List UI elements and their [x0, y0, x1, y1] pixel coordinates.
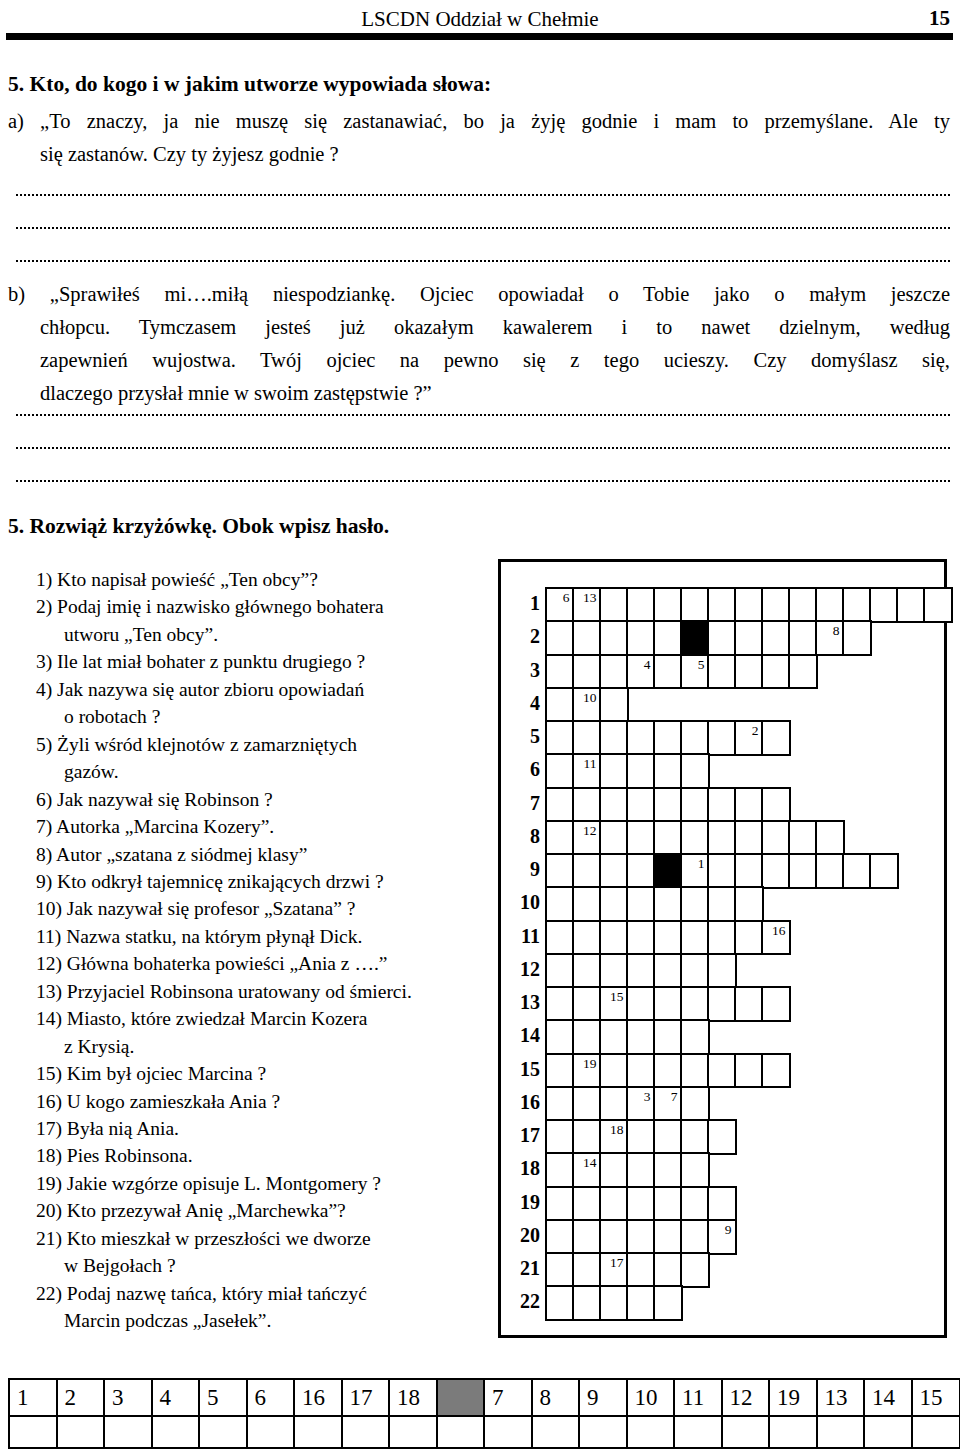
quote-b-line: zapewnień wujostwa. Twój ojciec na pewno…: [40, 347, 950, 373]
clue-item: 14) Miasto, które zwiedzał Marcin Kozera: [36, 1007, 367, 1031]
crossword-row-label: 6: [502, 753, 540, 786]
crossword-cell[interactable]: [545, 886, 575, 922]
crossword-cell[interactable]: [599, 853, 629, 889]
crossword-cell[interactable]: [572, 1019, 602, 1055]
crossword-cell[interactable]: [626, 1019, 656, 1055]
clue-item: 21) Kto mieszkał w przeszłości we dworze: [36, 1227, 371, 1251]
crossword-cell[interactable]: 19: [572, 1053, 602, 1089]
crossword-cell[interactable]: 1: [680, 853, 710, 889]
crossword-cell[interactable]: [545, 687, 575, 723]
crossword-cell[interactable]: [572, 1252, 602, 1288]
crossword-cell[interactable]: [734, 820, 764, 856]
clue-item: 4) Jak nazywa się autor zbioru opowiadań: [36, 678, 364, 702]
crossword-cell[interactable]: [599, 953, 629, 989]
crossword-cell[interactable]: 17: [599, 1252, 629, 1288]
crossword-cell[interactable]: [626, 1119, 656, 1155]
crossword-cell[interactable]: [626, 1252, 656, 1288]
solution-letter-index: 3: [628, 1089, 654, 1104]
crossword-cell[interactable]: [599, 820, 629, 856]
crossword-cell[interactable]: [626, 753, 656, 789]
crossword-cell[interactable]: [545, 620, 575, 656]
crossword-cell[interactable]: [545, 920, 575, 956]
crossword-cell[interactable]: [653, 1053, 683, 1089]
crossword-cell[interactable]: 16: [761, 920, 791, 956]
crossword-cell[interactable]: [734, 886, 764, 922]
solution-letter-index: 9: [709, 1222, 735, 1237]
crossword-cell[interactable]: [572, 953, 602, 989]
crossword-cell[interactable]: [626, 620, 656, 656]
solution-letter-index: 14: [574, 1155, 600, 1170]
answer-dotted-line[interactable]: [16, 227, 950, 229]
strip-number: 7: [485, 1380, 531, 1416]
page-number: 15: [870, 6, 950, 31]
crossword-cell[interactable]: [599, 720, 629, 756]
crossword-cell[interactable]: [599, 1086, 629, 1122]
crossword-cell[interactable]: [761, 620, 791, 656]
crossword-cell[interactable]: [545, 986, 575, 1022]
crossword-cell[interactable]: [545, 1152, 575, 1188]
crossword-cell[interactable]: [599, 687, 629, 723]
strip-letter-cell[interactable]: [388, 1415, 438, 1449]
strip-letter-cell[interactable]: [816, 1415, 866, 1449]
crossword-cell[interactable]: 2: [734, 720, 764, 756]
crossword-cell[interactable]: [815, 820, 845, 856]
quote-b-line: chłopcu. Tymczasem jesteś już okazałym k…: [40, 314, 950, 340]
crossword-cell[interactable]: [572, 1119, 602, 1155]
crossword-cell[interactable]: [680, 753, 710, 789]
crossword-row-label: 21: [502, 1252, 540, 1285]
crossword-cell[interactable]: 7: [653, 1086, 683, 1122]
strip-number-cell: 5: [198, 1378, 248, 1418]
crossword-cell[interactable]: [626, 1152, 656, 1188]
crossword-cell[interactable]: [734, 654, 764, 690]
strip-letter-cell[interactable]: [56, 1415, 106, 1449]
crossword-row-label: 12: [502, 953, 540, 986]
crossword-cell[interactable]: [545, 853, 575, 889]
solution-letter-index: 15: [601, 989, 627, 1004]
crossword-cell[interactable]: [545, 1086, 575, 1122]
crossword-black-cell: [653, 853, 683, 889]
strip-number-cell: 15: [911, 1378, 960, 1418]
clue-item: 3) Ile lat miał bohater z punktu drugieg…: [36, 650, 365, 674]
crossword-cell[interactable]: [815, 587, 845, 623]
crossword-cell[interactable]: [707, 587, 737, 623]
crossword-cell[interactable]: [761, 720, 791, 756]
crossword-cell[interactable]: [680, 1086, 710, 1122]
crossword-cell[interactable]: [545, 953, 575, 989]
quote-a-line: a) „To znaczy, ja nie muszę się zastanaw…: [8, 108, 950, 134]
crossword-cell[interactable]: [626, 1285, 656, 1321]
crossword-cell[interactable]: [572, 920, 602, 956]
solution-letter-index: 11: [574, 756, 600, 771]
strip-number-cell: 17: [341, 1378, 391, 1418]
crossword-cell[interactable]: [680, 787, 710, 823]
clue-item: 9) Kto odkrył tajemnicę znikających drzw…: [36, 870, 384, 894]
solution-letter-index: 7: [655, 1089, 681, 1104]
crossword-cell[interactable]: [707, 1186, 737, 1222]
crossword-cell[interactable]: [680, 820, 710, 856]
crossword-cell[interactable]: [842, 853, 872, 889]
strip-letter-cell[interactable]: [198, 1415, 248, 1449]
solution-letter-index: 12: [574, 823, 600, 838]
crossword-cell[interactable]: [572, 787, 602, 823]
crossword-cell[interactable]: [599, 920, 629, 956]
strip-letter-cell[interactable]: [768, 1415, 818, 1449]
strip-number: 3: [105, 1380, 151, 1416]
crossword-cell[interactable]: [680, 587, 710, 623]
crossword-cell[interactable]: [599, 654, 629, 690]
answer-dotted-line[interactable]: [16, 260, 950, 262]
crossword-cell[interactable]: [572, 720, 602, 756]
crossword-cell[interactable]: [680, 920, 710, 956]
crossword-cell[interactable]: 4: [626, 654, 656, 690]
crossword-cell[interactable]: [680, 953, 710, 989]
clue-item-continuation: Marcin podczas „Jasełek”.: [64, 1309, 271, 1333]
clue-item: 10) Jak nazywał się profesor „Szatana” ?: [36, 897, 355, 921]
crossword-cell[interactable]: [680, 1252, 710, 1288]
crossword-cell[interactable]: [626, 1053, 656, 1089]
crossword-black-cell: [680, 620, 710, 656]
crossword-row-label: 5: [502, 720, 540, 753]
crossword-cell[interactable]: [680, 1219, 710, 1255]
clue-item: 13) Przyjaciel Robinsona uratowany od śm…: [36, 980, 412, 1004]
crossword-cell[interactable]: [653, 1186, 683, 1222]
clue-item-continuation: utworu „Ten obcy”.: [64, 623, 218, 647]
solution-letter-index: 8: [817, 623, 843, 638]
clue-item: 6) Jak nazywał się Robinson ?: [36, 788, 273, 812]
crossword-cell[interactable]: [545, 1053, 575, 1089]
strip-number-cell: 9: [578, 1378, 628, 1418]
header-rule: [6, 33, 953, 40]
clue-item: 11) Nazwa statku, na którym płynął Dick.: [36, 925, 362, 949]
crossword-cell[interactable]: [680, 886, 710, 922]
crossword-cell[interactable]: [707, 953, 737, 989]
clue-item: 17) Była nią Ania.: [36, 1117, 179, 1141]
crossword-cell[interactable]: [599, 620, 629, 656]
crossword-cell[interactable]: 10: [572, 687, 602, 723]
crossword-cell[interactable]: [707, 620, 737, 656]
crossword-cell[interactable]: [761, 1053, 791, 1089]
crossword-cell[interactable]: 18: [599, 1119, 629, 1155]
crossword-cell[interactable]: [869, 853, 899, 889]
strip-letter-cell[interactable]: [151, 1415, 201, 1449]
quote-b-line: dlaczego przysłał mnie w swoim zastępstw…: [40, 380, 950, 406]
strip-number-cell: 7: [483, 1378, 533, 1418]
crossword-cell[interactable]: [653, 953, 683, 989]
crossword-cell[interactable]: [599, 753, 629, 789]
crossword-cell[interactable]: 6: [545, 587, 575, 623]
crossword-cell[interactable]: [680, 1019, 710, 1055]
crossword-cell[interactable]: [572, 1219, 602, 1255]
crossword-cell[interactable]: [626, 1186, 656, 1222]
clue-item-continuation: gazów.: [64, 760, 119, 784]
strip-number: 2: [58, 1380, 104, 1416]
crossword-cell[interactable]: [653, 1019, 683, 1055]
crossword-cell[interactable]: [761, 853, 791, 889]
crossword-cell[interactable]: [572, 620, 602, 656]
clue-item-continuation: z Krysią.: [64, 1035, 134, 1059]
crossword-cell[interactable]: [545, 1019, 575, 1055]
answer-dotted-line[interactable]: [16, 480, 950, 482]
clue-item-continuation: w Bejgołach ?: [64, 1254, 176, 1278]
clue-item: 18) Pies Robinsona.: [36, 1144, 193, 1168]
crossword-cell[interactable]: [626, 787, 656, 823]
crossword-cell[interactable]: [653, 620, 683, 656]
crossword-cell[interactable]: [545, 720, 575, 756]
strip-number-cell: 16: [293, 1378, 343, 1418]
quote-b-line: b) „Sprawiłeś mi….miłą niespodziankę. Oj…: [8, 281, 950, 307]
crossword-cell[interactable]: [707, 1119, 737, 1155]
crossword-row-label: 20: [502, 1219, 540, 1252]
crossword-cell[interactable]: [599, 1285, 629, 1321]
solution-letter-index: 16: [763, 923, 789, 938]
strip-letter-cell[interactable]: [483, 1415, 533, 1449]
crossword-cell[interactable]: 11: [572, 753, 602, 789]
crossword-cell[interactable]: [572, 1086, 602, 1122]
worksheet-page: LSCDN Oddział w Chełmie 15 5. Kto, do ko…: [0, 0, 960, 1452]
strip-letter-cell[interactable]: [863, 1415, 913, 1449]
strip-letter-cell[interactable]: [578, 1415, 628, 1449]
crossword-cell[interactable]: [653, 787, 683, 823]
crossword-cell[interactable]: [734, 587, 764, 623]
strip-letter-cell[interactable]: [911, 1415, 960, 1449]
strip-number: 14: [865, 1380, 911, 1416]
crossword-cell[interactable]: [761, 986, 791, 1022]
crossword-cell[interactable]: 8: [815, 620, 845, 656]
crossword-cell[interactable]: [707, 720, 737, 756]
crossword-cell[interactable]: [896, 587, 926, 623]
crossword-cell[interactable]: [680, 720, 710, 756]
strip-gray-cell: [436, 1378, 486, 1418]
crossword-task-heading: 5. Rozwiąż krzyżówkę. Obok wpisz hasło.: [8, 514, 389, 539]
strip-letter-cell[interactable]: [673, 1415, 723, 1449]
crossword-row-label: 22: [502, 1285, 540, 1318]
strip-number-cell: 13: [816, 1378, 866, 1418]
strip-letter-cell[interactable]: [531, 1415, 581, 1449]
crossword-cell[interactable]: [653, 986, 683, 1022]
strip-letter-cell[interactable]: [341, 1415, 391, 1449]
strip-number: 6: [248, 1380, 294, 1416]
crossword-cell[interactable]: [761, 587, 791, 623]
dialogue-task-heading: 5. Kto, do kogo i w jakim utworze wypowi…: [8, 72, 491, 97]
clue-item: 7) Autorka „Marcina Kozery”.: [36, 815, 274, 839]
crossword-row-label: 14: [502, 1019, 540, 1052]
crossword-cell[interactable]: [680, 1186, 710, 1222]
clue-item: 15) Kim był ojciec Marcina ?: [36, 1062, 266, 1086]
strip-number: 8: [533, 1380, 579, 1416]
crossword-cell[interactable]: [707, 1053, 737, 1089]
crossword-cell[interactable]: [707, 986, 737, 1022]
crossword-cell[interactable]: 13: [572, 587, 602, 623]
crossword-cell[interactable]: 5: [680, 654, 710, 690]
crossword-cell[interactable]: [626, 820, 656, 856]
crossword-cell[interactable]: [545, 787, 575, 823]
solution-letter-index: 2: [736, 723, 762, 738]
clue-item: 2) Podaj imię i nazwisko głównego bohate…: [36, 595, 384, 619]
solution-letter-index: 13: [574, 590, 600, 605]
crossword-row-label: 9: [502, 853, 540, 886]
crossword-cell[interactable]: [626, 953, 656, 989]
crossword-cell[interactable]: [572, 986, 602, 1022]
crossword-cell[interactable]: [545, 1119, 575, 1155]
document-header-title: LSCDN Oddział w Chełmie: [0, 7, 960, 32]
crossword-cell[interactable]: [653, 1219, 683, 1255]
crossword-cell[interactable]: [653, 1252, 683, 1288]
solution-letter-index: 19: [574, 1056, 600, 1071]
crossword-cell[interactable]: [869, 587, 899, 623]
strip-number-cell: 19: [768, 1378, 818, 1418]
strip-number-cell: 4: [151, 1378, 201, 1418]
crossword-row-label: 13: [502, 986, 540, 1019]
crossword-cell[interactable]: [653, 1152, 683, 1188]
crossword-row-label: 17: [502, 1119, 540, 1152]
crossword-cell[interactable]: [572, 1186, 602, 1222]
strip-number: 5: [200, 1380, 246, 1416]
crossword-cell[interactable]: [923, 587, 953, 623]
answer-dotted-line[interactable]: [16, 194, 950, 196]
crossword-cell[interactable]: [599, 587, 629, 623]
crossword-cell[interactable]: [626, 1219, 656, 1255]
crossword-cell[interactable]: [653, 654, 683, 690]
crossword-cell[interactable]: [653, 886, 683, 922]
crossword-cell[interactable]: [545, 654, 575, 690]
crossword-cell[interactable]: [653, 920, 683, 956]
crossword-cell[interactable]: [653, 587, 683, 623]
crossword-cell[interactable]: [599, 1019, 629, 1055]
strip-number: 19: [770, 1380, 816, 1416]
crossword-cell[interactable]: [707, 886, 737, 922]
strip-letter-cell[interactable]: [246, 1415, 296, 1449]
crossword-cell[interactable]: [599, 886, 629, 922]
crossword-cell[interactable]: [788, 587, 818, 623]
strip-number: 15: [913, 1380, 959, 1416]
crossword-cell[interactable]: [626, 720, 656, 756]
crossword-cell[interactable]: [788, 820, 818, 856]
crossword-cell[interactable]: 9: [707, 1219, 737, 1255]
crossword-cell[interactable]: [761, 787, 791, 823]
crossword-cell[interactable]: 12: [572, 820, 602, 856]
strip-letter-cell[interactable]: [626, 1415, 676, 1449]
crossword-cell[interactable]: [545, 753, 575, 789]
crossword-cell[interactable]: [680, 1152, 710, 1188]
crossword-row-label: 7: [502, 787, 540, 820]
crossword-cell[interactable]: [572, 1285, 602, 1321]
crossword-cell[interactable]: [788, 853, 818, 889]
crossword-cell[interactable]: [680, 1053, 710, 1089]
solution-letter-index: 10: [574, 690, 600, 705]
crossword-cell[interactable]: [761, 654, 791, 690]
crossword-cell[interactable]: [734, 787, 764, 823]
answer-dotted-line[interactable]: [16, 447, 950, 449]
crossword-cell[interactable]: [599, 1053, 629, 1089]
crossword-cell[interactable]: [653, 820, 683, 856]
crossword-row-label: 15: [502, 1053, 540, 1086]
crossword-cell[interactable]: [734, 853, 764, 889]
crossword-cell[interactable]: [599, 787, 629, 823]
crossword-cell[interactable]: [545, 1252, 575, 1288]
crossword-cell[interactable]: [545, 1186, 575, 1222]
crossword-cell[interactable]: [707, 787, 737, 823]
strip-number: 1: [10, 1380, 56, 1416]
strip-number: 13: [818, 1380, 864, 1416]
crossword-cell[interactable]: [680, 1119, 710, 1155]
strip-number: 16: [295, 1380, 341, 1416]
strip-number: 4: [153, 1380, 199, 1416]
crossword-cell[interactable]: [545, 820, 575, 856]
crossword-cell[interactable]: [599, 1186, 629, 1222]
crossword-cell[interactable]: [788, 620, 818, 656]
crossword-cell[interactable]: [653, 1285, 683, 1321]
crossword-cell[interactable]: [842, 620, 872, 656]
crossword-cell[interactable]: [761, 820, 791, 856]
crossword-cell[interactable]: [545, 1285, 575, 1321]
strip-letter-cell[interactable]: [8, 1415, 58, 1449]
strip-number-cell: 6: [246, 1378, 296, 1418]
crossword-cell[interactable]: [545, 1219, 575, 1255]
crossword-cell[interactable]: 15: [599, 986, 629, 1022]
crossword-cell[interactable]: [734, 920, 764, 956]
crossword-cell[interactable]: [626, 587, 656, 623]
crossword-cell[interactable]: [599, 1219, 629, 1255]
strip-letter-cell[interactable]: [721, 1415, 771, 1449]
crossword-cell[interactable]: [572, 886, 602, 922]
crossword-cell[interactable]: [842, 587, 872, 623]
crossword-cell[interactable]: [707, 853, 737, 889]
crossword-cell[interactable]: [680, 986, 710, 1022]
crossword-row-label: 16: [502, 1086, 540, 1119]
crossword-cell[interactable]: [626, 920, 656, 956]
strip-number-cell: 18: [388, 1378, 438, 1418]
crossword-cell[interactable]: 14: [572, 1152, 602, 1188]
crossword-cell[interactable]: [707, 920, 737, 956]
crossword-cell[interactable]: [653, 1119, 683, 1155]
strip-number: 11: [675, 1380, 721, 1416]
strip-letter-cell[interactable]: [293, 1415, 343, 1449]
crossword-row-label: 18: [502, 1152, 540, 1185]
strip-number: 18: [390, 1380, 436, 1416]
strip-letter-cell[interactable]: [436, 1415, 486, 1449]
crossword-cell[interactable]: [572, 654, 602, 690]
answer-dotted-line[interactable]: [16, 414, 950, 416]
crossword-cell[interactable]: [815, 853, 845, 889]
solution-letter-index: 5: [682, 657, 708, 672]
crossword-cell[interactable]: [599, 1152, 629, 1188]
strip-number-cell: 8: [531, 1378, 581, 1418]
crossword-cell[interactable]: [707, 654, 737, 690]
crossword-cell[interactable]: [653, 753, 683, 789]
crossword-cell[interactable]: [626, 986, 656, 1022]
strip-number-cell: 14: [863, 1378, 913, 1418]
crossword-cell[interactable]: [788, 654, 818, 690]
crossword-row-label: 2: [502, 620, 540, 653]
clue-item: 19) Jakie wzgórze opisuje L. Montgomery …: [36, 1172, 381, 1196]
crossword-cell[interactable]: [653, 720, 683, 756]
solution-letter-index: 1: [682, 856, 708, 871]
strip-number-cell: 11: [673, 1378, 723, 1418]
crossword-cell[interactable]: 3: [626, 1086, 656, 1122]
strip-letter-cell[interactable]: [103, 1415, 153, 1449]
crossword-row-label: 19: [502, 1186, 540, 1219]
crossword-cell[interactable]: [626, 853, 656, 889]
crossword-cell[interactable]: [572, 853, 602, 889]
crossword-row-label: 4: [502, 687, 540, 720]
crossword-cell[interactable]: [626, 886, 656, 922]
crossword-cell[interactable]: [734, 620, 764, 656]
strip-number: 17: [343, 1380, 389, 1416]
crossword-cell[interactable]: [734, 1053, 764, 1089]
crossword-cell[interactable]: [734, 986, 764, 1022]
crossword-cell[interactable]: [707, 820, 737, 856]
